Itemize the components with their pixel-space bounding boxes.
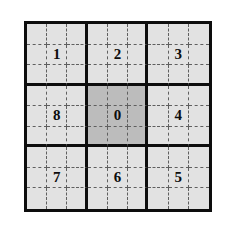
cell-r5c1[interactable] bbox=[47, 127, 67, 148]
cell-r3c6[interactable] bbox=[148, 86, 168, 107]
puzzle-board: 123804765 bbox=[24, 21, 212, 212]
cell-r4c2[interactable] bbox=[67, 106, 87, 127]
cell-r0c0[interactable] bbox=[27, 24, 47, 45]
cell-r1c2[interactable] bbox=[67, 45, 87, 66]
cell-r6c1[interactable] bbox=[47, 147, 67, 168]
cell-r2c3[interactable] bbox=[88, 65, 108, 86]
cell-r3c2[interactable] bbox=[67, 86, 87, 107]
cell-r5c7[interactable] bbox=[169, 127, 189, 148]
cell-r2c8[interactable] bbox=[189, 65, 209, 86]
cell-r5c6[interactable] bbox=[148, 127, 168, 148]
cell-r3c3[interactable] bbox=[88, 86, 108, 107]
cell-r1c8[interactable] bbox=[189, 45, 209, 66]
cell-r4c8[interactable] bbox=[189, 106, 209, 127]
digit-cell-r4c4[interactable]: 0 bbox=[108, 106, 128, 127]
cell-r0c1[interactable] bbox=[47, 24, 67, 45]
cell-r7c5[interactable] bbox=[128, 168, 148, 189]
digit-cell-r4c7[interactable]: 4 bbox=[169, 106, 189, 127]
cell-r6c4[interactable] bbox=[108, 147, 128, 168]
cell-r5c8[interactable] bbox=[189, 127, 209, 148]
cell-r8c2[interactable] bbox=[67, 188, 87, 209]
cell-r3c4[interactable] bbox=[108, 86, 128, 107]
cell-r7c8[interactable] bbox=[189, 168, 209, 189]
cell-r0c2[interactable] bbox=[67, 24, 87, 45]
cell-r0c4[interactable] bbox=[108, 24, 128, 45]
digit-cell-r4c1[interactable]: 8 bbox=[47, 106, 67, 127]
cell-r6c2[interactable] bbox=[67, 147, 87, 168]
cell-r8c6[interactable] bbox=[148, 188, 168, 209]
cell-r2c4[interactable] bbox=[108, 65, 128, 86]
cell-r2c7[interactable] bbox=[169, 65, 189, 86]
cell-r5c5[interactable] bbox=[128, 127, 148, 148]
cell-r8c8[interactable] bbox=[189, 188, 209, 209]
cell-r3c5[interactable] bbox=[128, 86, 148, 107]
cell-r0c7[interactable] bbox=[169, 24, 189, 45]
digit-cell-r7c4[interactable]: 6 bbox=[108, 168, 128, 189]
cell-r3c1[interactable] bbox=[47, 86, 67, 107]
cell-r3c8[interactable] bbox=[189, 86, 209, 107]
cell-r8c1[interactable] bbox=[47, 188, 67, 209]
cell-r3c7[interactable] bbox=[169, 86, 189, 107]
cell-r7c3[interactable] bbox=[88, 168, 108, 189]
cell-r2c6[interactable] bbox=[148, 65, 168, 86]
cell-r0c3[interactable] bbox=[88, 24, 108, 45]
cell-r6c0[interactable] bbox=[27, 147, 47, 168]
cell-r8c4[interactable] bbox=[108, 188, 128, 209]
cell-r8c5[interactable] bbox=[128, 188, 148, 209]
cell-r5c4[interactable] bbox=[108, 127, 128, 148]
cell-r1c0[interactable] bbox=[27, 45, 47, 66]
cell-r6c5[interactable] bbox=[128, 147, 148, 168]
cell-r1c6[interactable] bbox=[148, 45, 168, 66]
cell-r6c6[interactable] bbox=[148, 147, 168, 168]
cell-r2c2[interactable] bbox=[67, 65, 87, 86]
cell-r5c0[interactable] bbox=[27, 127, 47, 148]
cell-r2c5[interactable] bbox=[128, 65, 148, 86]
cell-r5c2[interactable] bbox=[67, 127, 87, 148]
digit-cell-r7c7[interactable]: 5 bbox=[169, 168, 189, 189]
digit-cell-r1c4[interactable]: 2 bbox=[108, 45, 128, 66]
page: 123804765 bbox=[0, 0, 237, 227]
digit-cell-r7c1[interactable]: 7 bbox=[47, 168, 67, 189]
cell-r1c5[interactable] bbox=[128, 45, 148, 66]
cell-r0c8[interactable] bbox=[189, 24, 209, 45]
cell-r7c0[interactable] bbox=[27, 168, 47, 189]
cell-r4c3[interactable] bbox=[88, 106, 108, 127]
cell-r0c5[interactable] bbox=[128, 24, 148, 45]
cell-r3c0[interactable] bbox=[27, 86, 47, 107]
cell-r2c0[interactable] bbox=[27, 65, 47, 86]
digit-cell-r1c1[interactable]: 1 bbox=[47, 45, 67, 66]
cell-r4c0[interactable] bbox=[27, 106, 47, 127]
digit-cell-r1c7[interactable]: 3 bbox=[169, 45, 189, 66]
cell-r8c7[interactable] bbox=[169, 188, 189, 209]
cell-r1c3[interactable] bbox=[88, 45, 108, 66]
cell-r6c8[interactable] bbox=[189, 147, 209, 168]
cell-r4c5[interactable] bbox=[128, 106, 148, 127]
cell-r4c6[interactable] bbox=[148, 106, 168, 127]
cell-r6c7[interactable] bbox=[169, 147, 189, 168]
cell-r7c6[interactable] bbox=[148, 168, 168, 189]
cell-r6c3[interactable] bbox=[88, 147, 108, 168]
cell-r2c1[interactable] bbox=[47, 65, 67, 86]
cell-r8c0[interactable] bbox=[27, 188, 47, 209]
cell-r7c2[interactable] bbox=[67, 168, 87, 189]
cell-r8c3[interactable] bbox=[88, 188, 108, 209]
cell-r5c3[interactable] bbox=[88, 127, 108, 148]
cell-r0c6[interactable] bbox=[148, 24, 168, 45]
